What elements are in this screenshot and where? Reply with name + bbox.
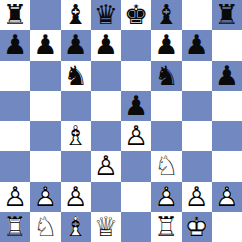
white-knight-glyph: ♘ (30, 212, 60, 242)
white-knight-glyph: ♘ (151, 151, 181, 181)
square-a7[interactable]: ♟ (0, 30, 30, 60)
black-rook[interactable]: ♜ (0, 0, 30, 30)
square-d3[interactable]: ♟♙ (91, 151, 121, 181)
square-d5[interactable] (91, 91, 121, 121)
white-pawn-glyph: ♙ (212, 182, 242, 212)
black-queen[interactable]: ♛ (91, 0, 121, 30)
square-a5[interactable] (0, 91, 30, 121)
square-d6[interactable] (91, 61, 121, 91)
square-d2[interactable] (91, 182, 121, 212)
white-king-glyph: ♔ (182, 212, 212, 242)
square-d7[interactable]: ♟ (91, 30, 121, 60)
white-pawn[interactable]: ♟♙ (182, 182, 212, 212)
white-pawn[interactable]: ♟♙ (151, 182, 181, 212)
white-rook[interactable]: ♜♖ (151, 212, 181, 242)
square-h2[interactable]: ♟♙ (212, 182, 242, 212)
square-c3[interactable] (61, 151, 91, 181)
square-c2[interactable]: ♟♙ (61, 182, 91, 212)
white-king[interactable]: ♚♔ (182, 212, 212, 242)
black-pawn-glyph: ♟ (61, 30, 91, 60)
black-pawn-glyph: ♟ (151, 30, 181, 60)
white-pawn-glyph: ♙ (151, 182, 181, 212)
square-h4[interactable] (212, 121, 242, 151)
black-queen-glyph: ♛ (91, 0, 121, 30)
black-pawn[interactable]: ♟ (61, 30, 91, 60)
square-b3[interactable] (30, 151, 60, 181)
square-e3[interactable] (121, 151, 151, 181)
white-pawn[interactable]: ♟♙ (0, 182, 30, 212)
square-g6[interactable] (182, 61, 212, 91)
white-pawn-glyph: ♙ (121, 121, 151, 151)
square-c8[interactable]: ♝ (61, 0, 91, 30)
square-e2[interactable] (121, 182, 151, 212)
square-h3[interactable] (212, 151, 242, 181)
square-c6[interactable]: ♞ (61, 61, 91, 91)
white-bishop[interactable]: ♝♗ (61, 212, 91, 242)
black-knight-glyph: ♞ (61, 61, 91, 91)
square-b2[interactable]: ♟♙ (30, 182, 60, 212)
white-pawn[interactable]: ♟♙ (212, 182, 242, 212)
square-b7[interactable]: ♟ (30, 30, 60, 60)
black-pawn-glyph: ♟ (121, 91, 151, 121)
black-pawn[interactable]: ♟ (121, 91, 151, 121)
square-e7[interactable] (121, 30, 151, 60)
black-pawn-glyph: ♟ (91, 30, 121, 60)
square-e4[interactable]: ♟♙ (121, 121, 151, 151)
black-king-glyph: ♚ (121, 0, 151, 30)
white-bishop-glyph: ♗ (61, 121, 91, 151)
black-bishop-glyph: ♝ (151, 0, 181, 30)
black-knight[interactable]: ♞ (151, 61, 181, 91)
square-g5[interactable] (182, 91, 212, 121)
black-rook-glyph: ♜ (212, 0, 242, 30)
square-b8[interactable] (30, 0, 60, 30)
black-pawn[interactable]: ♟ (182, 30, 212, 60)
black-pawn[interactable]: ♟ (91, 30, 121, 60)
white-knight[interactable]: ♞♘ (30, 212, 60, 242)
square-h7[interactable] (212, 30, 242, 60)
square-g8[interactable] (182, 0, 212, 30)
black-bishop[interactable]: ♝ (151, 0, 181, 30)
black-bishop[interactable]: ♝ (61, 0, 91, 30)
square-g4[interactable] (182, 121, 212, 151)
square-a6[interactable] (0, 61, 30, 91)
square-f5[interactable] (151, 91, 181, 121)
white-pawn[interactable]: ♟♙ (121, 121, 151, 151)
square-b4[interactable] (30, 121, 60, 151)
square-e1[interactable] (121, 212, 151, 242)
black-rook[interactable]: ♜ (212, 0, 242, 30)
black-rook-glyph: ♜ (0, 0, 30, 30)
white-pawn-glyph: ♙ (0, 182, 30, 212)
black-pawn-glyph: ♟ (182, 30, 212, 60)
white-pawn[interactable]: ♟♙ (91, 151, 121, 181)
white-rook-glyph: ♖ (151, 212, 181, 242)
square-f6[interactable]: ♞ (151, 61, 181, 91)
square-f1[interactable]: ♜♖ (151, 212, 181, 242)
square-h5[interactable] (212, 91, 242, 121)
square-f7[interactable]: ♟ (151, 30, 181, 60)
black-king[interactable]: ♚ (121, 0, 151, 30)
white-queen[interactable]: ♛♕ (91, 212, 121, 242)
white-bishop-glyph: ♗ (61, 212, 91, 242)
square-c5[interactable] (61, 91, 91, 121)
square-c7[interactable]: ♟ (61, 30, 91, 60)
chess-board: ♜♝♛♚♝♜♟♟♟♟♟♟♞♞♟♟♝♗♟♙♟♙♞♘♟♙♟♙♟♙♟♙♟♙♟♙♜♖♞♘… (0, 0, 242, 242)
white-bishop[interactable]: ♝♗ (61, 121, 91, 151)
square-c1[interactable]: ♝♗ (61, 212, 91, 242)
white-rook[interactable]: ♜♖ (0, 212, 30, 242)
square-g2[interactable]: ♟♙ (182, 182, 212, 212)
white-pawn-glyph: ♙ (182, 182, 212, 212)
square-h8[interactable]: ♜ (212, 0, 242, 30)
square-f4[interactable] (151, 121, 181, 151)
square-g7[interactable]: ♟ (182, 30, 212, 60)
square-a4[interactable] (0, 121, 30, 151)
white-knight[interactable]: ♞♘ (151, 151, 181, 181)
square-g3[interactable] (182, 151, 212, 181)
square-c4[interactable]: ♝♗ (61, 121, 91, 151)
square-f8[interactable]: ♝ (151, 0, 181, 30)
square-a1[interactable]: ♜♖ (0, 212, 30, 242)
square-h1[interactable] (212, 212, 242, 242)
square-d1[interactable]: ♛♕ (91, 212, 121, 242)
black-pawn[interactable]: ♟ (30, 30, 60, 60)
square-f3[interactable]: ♞♘ (151, 151, 181, 181)
white-queen-glyph: ♕ (91, 212, 121, 242)
square-h6[interactable]: ♟ (212, 61, 242, 91)
black-pawn-glyph: ♟ (0, 30, 30, 60)
square-b1[interactable]: ♞♘ (30, 212, 60, 242)
black-pawn[interactable]: ♟ (151, 30, 181, 60)
white-pawn-glyph: ♙ (30, 182, 60, 212)
black-knight[interactable]: ♞ (61, 61, 91, 91)
white-pawn[interactable]: ♟♙ (30, 182, 60, 212)
square-e5[interactable]: ♟ (121, 91, 151, 121)
white-pawn-glyph: ♙ (91, 151, 121, 181)
square-f2[interactable]: ♟♙ (151, 182, 181, 212)
square-d4[interactable] (91, 121, 121, 151)
square-a3[interactable] (0, 151, 30, 181)
white-rook-glyph: ♖ (0, 212, 30, 242)
white-pawn[interactable]: ♟♙ (61, 182, 91, 212)
black-pawn-glyph: ♟ (212, 61, 242, 91)
square-e6[interactable] (121, 61, 151, 91)
black-pawn-glyph: ♟ (30, 30, 60, 60)
square-b5[interactable] (30, 91, 60, 121)
white-pawn-glyph: ♙ (61, 182, 91, 212)
square-g1[interactable]: ♚♔ (182, 212, 212, 242)
square-a2[interactable]: ♟♙ (0, 182, 30, 212)
square-d8[interactable]: ♛ (91, 0, 121, 30)
black-pawn[interactable]: ♟ (212, 61, 242, 91)
black-pawn[interactable]: ♟ (0, 30, 30, 60)
square-a8[interactable]: ♜ (0, 0, 30, 30)
black-bishop-glyph: ♝ (61, 0, 91, 30)
square-e8[interactable]: ♚ (121, 0, 151, 30)
black-knight-glyph: ♞ (151, 61, 181, 91)
square-b6[interactable] (30, 61, 60, 91)
